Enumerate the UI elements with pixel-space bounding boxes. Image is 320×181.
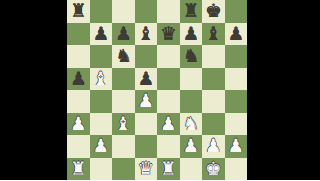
square-a2[interactable] [67, 135, 90, 158]
square-f3[interactable]: ♞ [180, 113, 203, 136]
square-h6[interactable] [225, 45, 248, 68]
white-pawn[interactable]: ♟ [92, 135, 109, 158]
square-d1[interactable]: ♛ [135, 158, 158, 181]
square-b1[interactable] [90, 158, 113, 181]
white-pawn[interactable]: ♟ [227, 135, 244, 158]
white-pawn[interactable]: ♟ [205, 135, 222, 158]
white-rook[interactable]: ♜ [160, 157, 177, 180]
square-f5[interactable] [180, 68, 203, 91]
square-g5[interactable] [202, 68, 225, 91]
chess-board: ♜♜♚♟♟♝♛♟♝♟♞♞♟♝♟♟♟♝♟♞♟♟♟♟♜♛♜♚ [67, 0, 247, 180]
square-g7[interactable]: ♝ [202, 23, 225, 46]
square-b7[interactable]: ♟ [90, 23, 113, 46]
square-e2[interactable] [157, 135, 180, 158]
square-h5[interactable] [225, 68, 248, 91]
square-f8[interactable]: ♜ [180, 0, 203, 23]
square-g2[interactable]: ♟ [202, 135, 225, 158]
black-bishop[interactable]: ♝ [205, 22, 222, 45]
square-f7[interactable]: ♟ [180, 23, 203, 46]
square-e6[interactable] [157, 45, 180, 68]
white-bishop[interactable]: ♝ [115, 112, 132, 135]
square-c2[interactable] [112, 135, 135, 158]
square-a3[interactable]: ♟ [67, 113, 90, 136]
square-b2[interactable]: ♟ [90, 135, 113, 158]
black-knight[interactable]: ♞ [182, 45, 199, 68]
black-pawn[interactable]: ♟ [70, 67, 87, 90]
square-f1[interactable] [180, 158, 203, 181]
square-e4[interactable] [157, 90, 180, 113]
white-pawn[interactable]: ♟ [182, 135, 199, 158]
square-h8[interactable] [225, 0, 248, 23]
square-c6[interactable]: ♞ [112, 45, 135, 68]
white-pawn[interactable]: ♟ [160, 112, 177, 135]
square-g3[interactable] [202, 113, 225, 136]
white-bishop[interactable]: ♝ [92, 67, 109, 90]
white-king[interactable]: ♚ [205, 157, 222, 180]
square-e3[interactable]: ♟ [157, 113, 180, 136]
square-c4[interactable] [112, 90, 135, 113]
black-knight[interactable]: ♞ [115, 45, 132, 68]
white-queen[interactable]: ♛ [137, 157, 154, 180]
square-h2[interactable]: ♟ [225, 135, 248, 158]
square-e1[interactable]: ♜ [157, 158, 180, 181]
square-h4[interactable] [225, 90, 248, 113]
square-a1[interactable]: ♜ [67, 158, 90, 181]
square-d8[interactable] [135, 0, 158, 23]
white-rook[interactable]: ♜ [70, 157, 87, 180]
square-d5[interactable]: ♟ [135, 68, 158, 91]
square-b4[interactable] [90, 90, 113, 113]
black-rook[interactable]: ♜ [70, 0, 87, 22]
white-pawn[interactable]: ♟ [137, 90, 154, 113]
square-a5[interactable]: ♟ [67, 68, 90, 91]
square-c7[interactable]: ♟ [112, 23, 135, 46]
square-c8[interactable] [112, 0, 135, 23]
square-b8[interactable] [90, 0, 113, 23]
square-h1[interactable] [225, 158, 248, 181]
black-rook[interactable]: ♜ [182, 0, 199, 22]
black-bishop[interactable]: ♝ [137, 22, 154, 45]
square-e8[interactable] [157, 0, 180, 23]
square-f4[interactable] [180, 90, 203, 113]
square-c5[interactable] [112, 68, 135, 91]
square-a6[interactable] [67, 45, 90, 68]
square-d7[interactable]: ♝ [135, 23, 158, 46]
black-pawn[interactable]: ♟ [137, 67, 154, 90]
black-queen[interactable]: ♛ [160, 22, 177, 45]
square-f6[interactable]: ♞ [180, 45, 203, 68]
square-d4[interactable]: ♟ [135, 90, 158, 113]
square-e7[interactable]: ♛ [157, 23, 180, 46]
square-g4[interactable] [202, 90, 225, 113]
square-g6[interactable] [202, 45, 225, 68]
square-a7[interactable] [67, 23, 90, 46]
square-b5[interactable]: ♝ [90, 68, 113, 91]
square-c3[interactable]: ♝ [112, 113, 135, 136]
square-c1[interactable] [112, 158, 135, 181]
black-pawn[interactable]: ♟ [227, 22, 244, 45]
square-g8[interactable]: ♚ [202, 0, 225, 23]
white-knight[interactable]: ♞ [182, 112, 199, 135]
black-pawn[interactable]: ♟ [92, 22, 109, 45]
black-pawn[interactable]: ♟ [182, 22, 199, 45]
square-e5[interactable] [157, 68, 180, 91]
square-b6[interactable] [90, 45, 113, 68]
square-g1[interactable]: ♚ [202, 158, 225, 181]
square-a8[interactable]: ♜ [67, 0, 90, 23]
square-d6[interactable] [135, 45, 158, 68]
square-d3[interactable] [135, 113, 158, 136]
square-b3[interactable] [90, 113, 113, 136]
black-pawn[interactable]: ♟ [115, 22, 132, 45]
square-h3[interactable] [225, 113, 248, 136]
square-a4[interactable] [67, 90, 90, 113]
square-h7[interactable]: ♟ [225, 23, 248, 46]
white-pawn[interactable]: ♟ [70, 112, 87, 135]
black-king[interactable]: ♚ [205, 0, 222, 22]
square-f2[interactable]: ♟ [180, 135, 203, 158]
square-d2[interactable] [135, 135, 158, 158]
